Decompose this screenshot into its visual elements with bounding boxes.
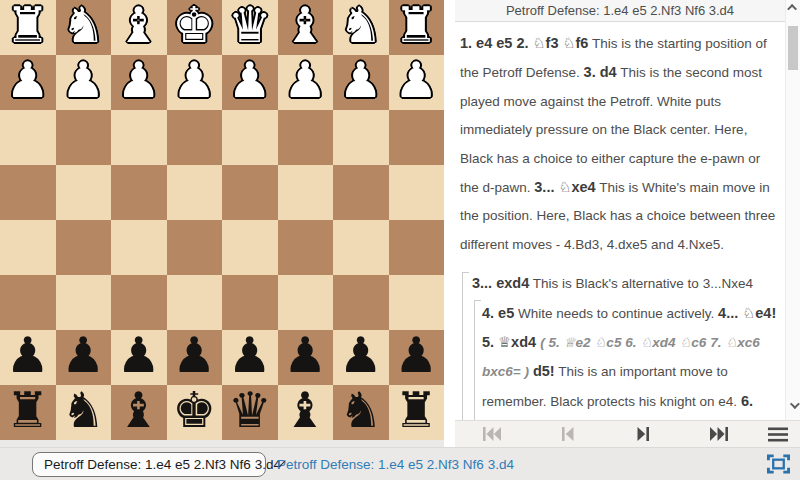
go-to-start-button[interactable] — [455, 421, 530, 447]
white-pawn[interactable]: ♟ — [339, 56, 383, 105]
square-d4[interactable] — [222, 165, 278, 220]
square-f7[interactable]: ♟ — [111, 330, 167, 385]
study-link[interactable]: Petroff Defense: 1.e4 e5 2.Nf3 Nf6 3.d4 — [277, 457, 514, 472]
black-queen[interactable]: ♛ — [228, 386, 272, 435]
comment-text: This is Black's alternative to 3...Nxe4 — [529, 276, 753, 291]
black-bishop[interactable]: ♝ — [117, 386, 161, 435]
square-a5[interactable] — [389, 220, 445, 275]
square-b6[interactable] — [333, 275, 389, 330]
square-c6[interactable] — [278, 275, 334, 330]
white-knight[interactable]: ♞ — [61, 1, 105, 50]
chevron-up-icon — [787, 4, 797, 14]
board-panel-divider — [444, 0, 455, 447]
square-d5[interactable] — [222, 220, 278, 275]
chevron-down-icon — [789, 399, 799, 409]
square-g5[interactable] — [56, 220, 112, 275]
square-a6[interactable] — [389, 275, 445, 330]
chapter-select-value: Petroff Defense: 1.e4 e5 2.Nf3 Nf6 3.d4 — [44, 457, 281, 472]
variation-line-2: 4. e5 White needs to continue actively. … — [460, 299, 779, 420]
skip-to-end-icon — [709, 427, 728, 441]
square-c4[interactable] — [278, 165, 334, 220]
black-knight[interactable]: ♞ — [61, 386, 105, 435]
comment-text: This is the second most played move agai… — [460, 65, 762, 195]
square-d7[interactable]: ♟ — [222, 330, 278, 385]
white-pawn[interactable]: ♟ — [6, 56, 50, 105]
square-h4[interactable] — [0, 165, 56, 220]
fullscreen-button[interactable] — [767, 454, 790, 474]
white-queen[interactable]: ♛ — [228, 1, 272, 50]
square-a2[interactable]: ♟ — [389, 55, 445, 110]
black-pawn[interactable]: ♟ — [6, 331, 50, 380]
black-pawn[interactable]: ♟ — [283, 331, 327, 380]
square-h5[interactable] — [0, 220, 56, 275]
square-b4[interactable] — [333, 165, 389, 220]
square-d2[interactable]: ♟ — [222, 55, 278, 110]
chapter-title: Petroff Defense: 1.e4 e5 2.Nf3 Nf6 3.d4 — [455, 0, 785, 22]
black-pawn[interactable]: ♟ — [339, 331, 383, 380]
move-san[interactable]: 4... ♘e4! — [718, 305, 776, 321]
variation-line-1: 3... exd4 This is Black's alternative to… — [460, 269, 779, 298]
move-san[interactable]: 3... ♘xe4 — [534, 179, 595, 195]
move-san[interactable]: 3. d4 — [584, 64, 617, 80]
scroll-down-button[interactable] — [786, 402, 800, 416]
scrollbar-thumb[interactable] — [788, 26, 798, 70]
variation-tree-line — [474, 300, 475, 420]
white-bishop[interactable]: ♝ — [283, 1, 327, 50]
white-bishop[interactable]: ♝ — [117, 1, 161, 50]
move-commentary: 1. e4 e5 2. ♘f3 ♘f6 This is the starting… — [455, 23, 785, 420]
square-e8[interactable]: ♚ — [167, 385, 223, 440]
go-to-end-button[interactable] — [681, 421, 756, 447]
menu-button[interactable] — [756, 421, 800, 447]
square-d1[interactable]: ♛ — [222, 0, 278, 55]
skip-to-start-icon — [483, 427, 502, 441]
move-nav-toolbar — [455, 420, 800, 447]
white-king[interactable]: ♚ — [172, 1, 216, 50]
white-pawn[interactable]: ♟ — [394, 56, 438, 105]
square-c5[interactable] — [278, 220, 334, 275]
square-f6[interactable] — [111, 275, 167, 330]
step-back-icon — [562, 427, 574, 441]
board-area: ♜♞♝♚♛♝♞♜♟♟♟♟♟♟♟♟♟♟♟♟♟♟♟♟♜♞♝♚♛♝♞♜ — [0, 0, 444, 447]
square-a8[interactable]: ♜ — [389, 385, 445, 440]
square-g3[interactable] — [56, 110, 112, 165]
black-pawn[interactable]: ♟ — [61, 331, 105, 380]
square-g2[interactable]: ♟ — [56, 55, 112, 110]
square-d6[interactable] — [222, 275, 278, 330]
square-h3[interactable] — [0, 110, 56, 165]
square-c1[interactable]: ♝ — [278, 0, 334, 55]
square-c8[interactable]: ♝ — [278, 385, 334, 440]
square-d8[interactable]: ♛ — [222, 385, 278, 440]
move-san[interactable]: d5! — [529, 363, 555, 379]
square-g6[interactable] — [56, 275, 112, 330]
square-h2[interactable]: ♟ — [0, 55, 56, 110]
step-forward-icon — [637, 427, 649, 441]
square-g4[interactable] — [56, 165, 112, 220]
square-b7[interactable]: ♟ — [333, 330, 389, 385]
square-f1[interactable]: ♝ — [111, 0, 167, 55]
square-f2[interactable]: ♟ — [111, 55, 167, 110]
variation-tree-line — [462, 272, 463, 420]
square-h1[interactable]: ♜ — [0, 0, 56, 55]
chapter-select[interactable]: Petroff Defense: 1.e4 e5 2.Nf3 Nf6 3.d4 — [32, 452, 266, 477]
previous-move-button[interactable] — [530, 421, 605, 447]
square-e3[interactable] — [167, 110, 223, 165]
chess-board: ♜♞♝♚♛♝♞♜♟♟♟♟♟♟♟♟♟♟♟♟♟♟♟♟♜♞♝♚♛♝♞♜ — [0, 0, 444, 440]
square-f3[interactable] — [111, 110, 167, 165]
square-c7[interactable]: ♟ — [278, 330, 334, 385]
square-b1[interactable]: ♞ — [333, 0, 389, 55]
white-rook[interactable]: ♜ — [6, 1, 50, 50]
move-san[interactable]: 5. ♕xd4 — [482, 334, 540, 350]
black-pawn[interactable]: ♟ — [394, 331, 438, 380]
variation-tree-line — [462, 272, 469, 273]
fullscreen-icon — [767, 454, 790, 474]
scroll-up-button[interactable] — [786, 4, 800, 18]
white-pawn[interactable]: ♟ — [117, 56, 161, 105]
square-b2[interactable]: ♟ — [333, 55, 389, 110]
square-a3[interactable] — [389, 110, 445, 165]
square-e2[interactable]: ♟ — [167, 55, 223, 110]
square-e5[interactable] — [167, 220, 223, 275]
square-h6[interactable] — [0, 275, 56, 330]
black-pawn[interactable]: ♟ — [172, 331, 216, 380]
square-a4[interactable] — [389, 165, 445, 220]
panel-scrollbar[interactable] — [785, 0, 800, 420]
black-bishop[interactable]: ♝ — [283, 386, 327, 435]
move-san[interactable]: 1. e4 e5 2. ♘f3 ♘f6 — [460, 35, 588, 51]
black-rook[interactable]: ♜ — [394, 386, 438, 435]
move-san[interactable]: 3... exd4 — [472, 275, 529, 291]
square-c2[interactable]: ♟ — [278, 55, 334, 110]
square-c3[interactable] — [278, 110, 334, 165]
variations-block: 3... exd4 This is Black's alternative to… — [460, 269, 779, 420]
main-content: ♜♞♝♚♛♝♞♜♟♟♟♟♟♟♟♟♟♟♟♟♟♟♟♟♜♞♝♚♛♝♞♜ Petroff… — [0, 0, 800, 447]
square-d3[interactable] — [222, 110, 278, 165]
square-f8[interactable]: ♝ — [111, 385, 167, 440]
square-f4[interactable] — [111, 165, 167, 220]
white-pawn[interactable]: ♟ — [228, 56, 272, 105]
white-rook[interactable]: ♜ — [394, 1, 438, 50]
white-pawn[interactable]: ♟ — [61, 56, 105, 105]
square-e1[interactable]: ♚ — [167, 0, 223, 55]
black-king[interactable]: ♚ — [172, 386, 216, 435]
square-g8[interactable]: ♞ — [56, 385, 112, 440]
square-e4[interactable] — [167, 165, 223, 220]
square-h8[interactable]: ♜ — [0, 385, 56, 440]
lichess-study-embed: ♜♞♝♚♛♝♞♜♟♟♟♟♟♟♟♟♟♟♟♟♟♟♟♟♜♞♝♚♛♝♞♜ Petroff… — [0, 0, 800, 480]
white-knight[interactable]: ♞ — [339, 1, 383, 50]
black-pawn[interactable]: ♟ — [117, 331, 161, 380]
black-pawn[interactable]: ♟ — [228, 331, 272, 380]
black-rook[interactable]: ♜ — [6, 386, 50, 435]
square-b8[interactable]: ♞ — [333, 385, 389, 440]
next-move-button[interactable] — [606, 421, 681, 447]
footer-bar: Petroff Defense: 1.e4 e5 2.Nf3 Nf6 3.d4 … — [0, 447, 800, 480]
square-a1[interactable]: ♜ — [389, 0, 445, 55]
move-san[interactable]: 4. e5 — [482, 305, 514, 321]
square-b5[interactable] — [333, 220, 389, 275]
square-b3[interactable] — [333, 110, 389, 165]
square-h7[interactable]: ♟ — [0, 330, 56, 385]
mainline-moves: 1. e4 e5 2. ♘f3 ♘f6 This is the starting… — [460, 29, 779, 259]
white-pawn[interactable]: ♟ — [283, 56, 327, 105]
comment-text: White needs to continue actively. — [514, 306, 718, 321]
square-g1[interactable]: ♞ — [56, 0, 112, 55]
hamburger-menu-icon — [768, 427, 788, 442]
square-g7[interactable]: ♟ — [56, 330, 112, 385]
variation-tree-line — [474, 300, 481, 301]
analysis-panel: Petroff Defense: 1.e4 e5 2.Nf3 Nf6 3.d4 … — [455, 0, 800, 447]
square-a7[interactable]: ♟ — [389, 330, 445, 385]
square-e6[interactable] — [167, 275, 223, 330]
black-knight[interactable]: ♞ — [339, 386, 383, 435]
square-e7[interactable]: ♟ — [167, 330, 223, 385]
square-f5[interactable] — [111, 220, 167, 275]
white-pawn[interactable]: ♟ — [172, 56, 216, 105]
